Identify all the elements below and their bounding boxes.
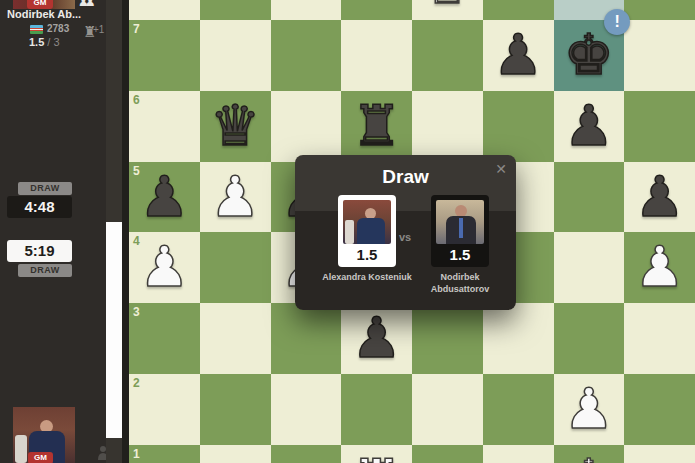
square-g4[interactable] — [554, 232, 625, 303]
close-icon[interactable]: ✕ — [495, 160, 507, 178]
white-player-photo — [343, 200, 391, 244]
vs-label: vs — [399, 231, 411, 243]
square-e7[interactable] — [412, 20, 483, 91]
square-a3[interactable]: 3 — [129, 303, 200, 374]
black-player-name: Nodirbek Abdusattorov — [405, 271, 515, 295]
piece-white-rook-d1[interactable]: ♜ — [341, 445, 412, 463]
game-over-popup: Draw ✕ 1.5 vs 1.5 Alexandra Kosteniuk No… — [295, 155, 516, 310]
white-player-card[interactable]: 1.5 — [338, 195, 396, 267]
square-h2[interactable] — [624, 374, 695, 445]
white-clock: 5:19 — [7, 240, 72, 262]
piece-white-queen-e8[interactable]: ♛ — [412, 0, 483, 20]
square-c3[interactable] — [271, 303, 342, 374]
match-score-value: 1.5 — [29, 36, 44, 48]
popup-title: Draw — [295, 166, 516, 188]
square-f1[interactable] — [483, 445, 554, 463]
square-e6[interactable] — [412, 91, 483, 162]
square-h6[interactable] — [624, 91, 695, 162]
piece-black-pawn-g6[interactable]: ♟ — [554, 91, 625, 162]
piece-white-pawn-g2[interactable]: ♟ — [554, 374, 625, 445]
square-d7[interactable] — [341, 20, 412, 91]
piece-black-pawn-f7[interactable]: ♟ — [483, 20, 554, 91]
square-c2[interactable] — [271, 374, 342, 445]
square-b2[interactable] — [200, 374, 271, 445]
piece-white-pawn-b5[interactable]: ♟ — [200, 162, 271, 233]
square-f3[interactable] — [483, 303, 554, 374]
square-d8[interactable] — [341, 0, 412, 20]
piece-white-king-g1[interactable]: ♚ — [554, 445, 625, 463]
square-f6[interactable] — [483, 91, 554, 162]
draw-result-badge-bottom: DRAW — [18, 264, 72, 277]
square-h3[interactable] — [624, 303, 695, 374]
piece-black-pawn-d3[interactable]: ♟ — [341, 303, 412, 374]
square-a1[interactable]: 1 — [129, 445, 200, 463]
square-c8[interactable] — [271, 0, 342, 20]
rank-label-6: 6 — [133, 93, 140, 107]
board-border — [122, 0, 129, 463]
square-a7[interactable]: 7 — [129, 20, 200, 91]
rank-label-3: 3 — [133, 305, 140, 319]
piece-white-pawn-a4[interactable]: ♟ — [129, 232, 200, 303]
chess-pieces-decoration — [15, 435, 27, 463]
piece-white-pawn-h4[interactable]: ♟ — [624, 232, 695, 303]
chess-app-window: GM ♟♟ Nodirbek Ab... ♜ 2783 +1 1.5 / 3 D… — [0, 0, 695, 463]
square-a2[interactable]: 2 — [129, 374, 200, 445]
rank-label-7: 7 — [133, 22, 140, 36]
piece-black-pawn-a5[interactable]: ♟ — [129, 162, 200, 233]
piece-black-queen-b6[interactable]: ♛ — [200, 91, 271, 162]
material-advantage: +1 — [93, 24, 104, 35]
square-b7[interactable] — [200, 20, 271, 91]
piece-black-pawn-h5[interactable]: ♟ — [624, 162, 695, 233]
rank-label-1: 1 — [133, 447, 140, 461]
white-player-score: 1.5 — [357, 246, 378, 263]
uzbekistan-flag-icon — [30, 25, 43, 34]
square-e2[interactable] — [412, 374, 483, 445]
match-score-total: / 3 — [47, 36, 59, 48]
square-b1[interactable] — [200, 445, 271, 463]
black-player-score: 1.5 — [450, 246, 471, 263]
square-f2[interactable] — [483, 374, 554, 445]
square-b8[interactable] — [200, 0, 271, 20]
square-a8[interactable]: 8 — [129, 0, 200, 20]
match-score: 1.5 / 3 — [29, 36, 60, 48]
square-h8[interactable] — [624, 0, 695, 20]
square-b4[interactable] — [200, 232, 271, 303]
square-a6[interactable]: 6 — [129, 91, 200, 162]
player-rating: 2783 — [47, 23, 69, 34]
draw-result-badge-top: DRAW — [18, 182, 72, 195]
side-panel-edge — [106, 222, 122, 438]
square-e3[interactable] — [412, 303, 483, 374]
square-d2[interactable] — [341, 374, 412, 445]
square-f8[interactable] — [483, 0, 554, 20]
square-e1[interactable] — [412, 445, 483, 463]
square-h7[interactable] — [624, 20, 695, 91]
square-h1[interactable] — [624, 445, 695, 463]
piece-black-rook-d6[interactable]: ♜ — [341, 91, 412, 162]
square-b3[interactable] — [200, 303, 271, 374]
black-player-photo — [436, 200, 484, 244]
black-player-card[interactable]: 1.5 — [431, 195, 489, 267]
gm-title-badge-video: GM — [28, 452, 53, 463]
square-g3[interactable] — [554, 303, 625, 374]
player-name[interactable]: Nodirbek Ab... — [7, 8, 87, 20]
square-c6[interactable] — [271, 91, 342, 162]
square-c1[interactable] — [271, 445, 342, 463]
rank-label-2: 2 — [133, 376, 140, 390]
square-g5[interactable] — [554, 162, 625, 233]
black-clock: 4:48 — [7, 196, 72, 218]
square-c7[interactable] — [271, 20, 342, 91]
